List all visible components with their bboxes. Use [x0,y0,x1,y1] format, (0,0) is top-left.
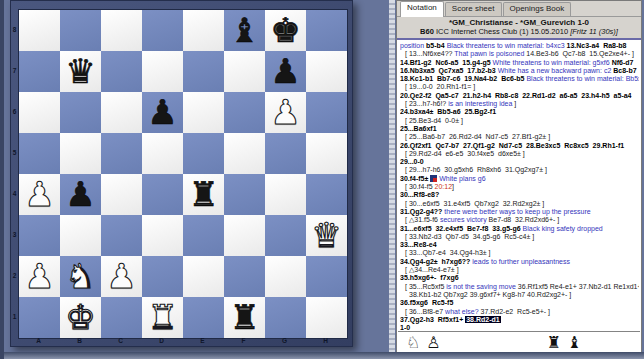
square-d8[interactable] [142,10,183,51]
square-h2[interactable] [306,256,347,297]
rank-label-7: 7 [12,67,17,74]
notation-panel: Notation Score sheet Openings Book *GM_C… [396,0,642,356]
move-text[interactable]: 20.Qe2-f2 Qa5-c7 21.h2-h4 Rb8-c8 22.Rd1-… [400,92,632,99]
piece-black-rook-e4[interactable]: ♜ [188,174,218,215]
square-e3[interactable] [183,215,224,256]
move-text[interactable]: Nf6-d7 [612,59,634,66]
annotation-comment: is an interesting idea [448,100,512,107]
annotation-comment: is not the saving move [446,283,518,290]
square-f8[interactable]: ♝ [224,10,265,51]
panel-tabs: Notation Score sheet Openings Book [397,1,641,17]
tab-openings-book[interactable]: Openings Book [503,2,572,16]
move-text[interactable]: 26.Qf2xf1 Qc7-b7 27.Qf1-g2 Nd7-c5 28.Be3… [400,142,624,149]
square-h6[interactable] [306,92,347,133]
square-f4[interactable] [224,174,265,215]
move-text[interactable]: [ 29...h7-h6 30.g5xh6 Rh8xh6 31.Qg2xg7± … [405,166,547,173]
square-b7[interactable]: ♛ [60,51,101,92]
piece-black-pawn-b4[interactable]: ♟ [65,174,95,215]
square-g5[interactable] [265,133,306,174]
game-header: *GM_Christianse - *GM_Gurevich 1-0 B60 I… [397,17,641,40]
notation-line: 37.Qg2-h3 Rf5xf1+ 38.Rd2-d1 [400,316,639,324]
square-g8[interactable]: ♚ [265,10,306,51]
notation-line: position b5-b4 Black threatens to win ma… [400,42,639,50]
move-text[interactable]: 38.Kb1-b2 Qb7xg2 39.g6xf7+ Kg8-h7 40.Rd2… [409,291,571,298]
square-d5[interactable] [142,133,183,174]
square-g4[interactable] [265,174,306,215]
annotation-comment: Black threatens to win material: Bb5xe2 [526,75,639,82]
square-g1[interactable] [265,297,306,338]
notation-line: [ △34...Re4-e7± ] [400,266,639,274]
fritz-window: ♝♚♛♟♟♟♟♟♜♛♟♞♟♚♜♜ 87654321 ABCDEFGH Notat… [0,0,644,359]
move-text[interactable]: [ 35...Rc5xf5 [405,283,446,290]
notation-line: 35.h5xg6+- f7xg6 [400,274,639,282]
move-text: 20:12 [435,183,453,190]
game-players: *GM_Christianse - *GM_Gurevich 1-0 [397,18,641,27]
move-text[interactable]: Bc8-b7 [613,67,636,74]
eco-code: B60 [420,27,434,36]
square-a1[interactable] [19,297,60,338]
rank-label-1: 1 [12,313,17,320]
move-text[interactable]: [ 25...Ba6-b7 26.Rd2-d4 Nd7-c5 27.Bf1-g2… [405,133,550,140]
square-h4[interactable] [306,174,347,215]
square-c6[interactable] [101,92,142,133]
tab-notation[interactable]: Notation [400,1,444,17]
move-text[interactable]: 31...e6xf5 32.e4xf5 Be7-f8 33.g5-g6 [400,225,523,232]
annotation-comment: leads to further unpleasantness [472,258,570,265]
square-a3[interactable] [19,215,60,256]
square-c5[interactable] [101,133,142,174]
move-text[interactable]: 30...Rf8-e8? [400,191,439,198]
piece-white-knight-b2[interactable]: ♞ [65,256,95,297]
square-c4[interactable] [101,174,142,215]
square-c8[interactable] [101,10,142,51]
square-d4[interactable] [142,174,183,215]
square-e8[interactable] [183,10,224,51]
move-text[interactable]: b5-b4 [426,42,447,49]
notation-line: 30.f4-f5± White plans g6 [400,175,639,183]
move-text[interactable]: 18.Kc1-b1 Bb7-c6 19.Na4-b2 Bc6-b5 [400,75,526,82]
plan-icon [430,175,437,182]
move-text[interactable]: 33...Re8-e4 [400,241,437,248]
square-d7[interactable] [142,51,183,92]
piece-black-bishop-f8[interactable]: ♝ [229,10,259,51]
notation-line: 24.b3xa4± Bb5-a6 25.Bg2-f1 [400,108,639,116]
notation-line: [ 30.f4-f5 20:12] [400,183,639,191]
square-d1[interactable]: ♜ [142,297,183,338]
notation-line: 20.Qe2-f2 Qa5-c7 21.h2-h4 Rb8-c8 22.Rd1-… [400,92,639,100]
square-f5[interactable] [224,133,265,174]
notation-line: 16.Nb3xa5 Qc7xa5 17.b2-b3 White has a ne… [400,67,639,75]
move-text[interactable]: [ 33...Qb7-e4 34.Qg4-h3± ] [405,249,491,256]
square-b8[interactable] [60,10,101,51]
annotation-comment: position [400,42,426,49]
notation-line: [ 13...Nf6xe4?? That pawn is poisoned 14… [400,50,639,58]
notation-line: [ 35...Rc5xf5 is not the saving move 36.… [400,283,639,291]
move-text[interactable]: 30.f4-f5± [400,175,430,182]
notation-line: 26.Qf2xf1 Qc7-b7 27.Qf1-g2 Nd7-c5 28.Be3… [400,142,639,150]
square-b1[interactable]: ♚ [60,297,101,338]
piece-white-pawn-g6[interactable]: ♟ [270,92,300,133]
material-black-extra: ♜♝ [547,333,588,353]
square-c3[interactable] [101,215,142,256]
black-rook-icon: ♜ [547,333,561,353]
notation-line: [ 23...h7-h6!? is an interesting idea ] [400,100,639,108]
notation-line: [ 29...h7-h6 30.g5xh6 Rh8xh6 31.Qg2xg7± … [400,166,639,174]
notation-line: [ 19...0-0 20.Rh1-f1= ] [400,83,639,91]
file-label-f: F [223,337,264,344]
current-move[interactable]: 38.Rd2-d1 [465,316,500,323]
notation-text[interactable]: position b5-b4 Black threatens to win ma… [397,40,641,333]
notation-line: [ 33...Qb7-e4 34.Qg4-h3± ] [400,249,639,257]
square-g7[interactable]: ♟ [265,51,306,92]
square-e7[interactable] [183,51,224,92]
square-f2[interactable] [224,256,265,297]
move-text[interactable]: [ △34...Re4-e7± ] [405,266,459,273]
square-c2[interactable]: ♟ [101,256,142,297]
square-f1[interactable]: ♜ [224,297,265,338]
piece-white-pawn-a2[interactable]: ♟ [24,256,54,297]
move-text[interactable]: 29...0-0 [400,158,424,165]
notation-line: 34.Qg4-g2± h7xg6?? leads to further unpl… [400,258,639,266]
square-e6[interactable] [183,92,224,133]
move-text[interactable]: [ 33.Nb2-d3 Qb7-d5 34.g5-g6 Rc5-c4± ] [405,233,534,240]
black-bishop-icon: ♝ [567,333,581,353]
move-text[interactable]: 36.Rf1xf5 Re4-e1+ 37.Nb2-d1 Re1xd1+ [518,283,639,290]
chess-board: ♝♚♛♟♟♟♟♟♜♛♟♞♟♚♜♜ 87654321 ABCDEFGH [10,0,353,347]
square-b5[interactable] [60,133,101,174]
notation-line: 31...e6xf5 32.e4xf5 Be7-f8 33.g5-g6 Blac… [400,225,639,233]
annotation-comment: That pawn is poisoned [454,50,526,57]
square-h3[interactable]: ♛ [306,215,347,256]
square-h1[interactable] [306,297,347,338]
square-f7[interactable] [224,51,265,92]
notation-line: 14.Bf1-g2 Nc6-a5 15.g4-g5 White threaten… [400,59,639,67]
move-text[interactable]: Be7-d8 32.Rd2xd6+- ] [489,216,560,223]
notation-line: [ △31.f5-f6 secures victory Be7-d8 32.Rd… [400,216,639,224]
move-text[interactable]: 36.f5xg6 Rc5-f5 [400,299,453,306]
move-text[interactable]: 37.Rd2-e2 Rc5-e5+- ] [481,308,550,315]
piece-white-queen-h3[interactable]: ♛ [311,215,341,256]
move-text[interactable]: 31.Qg2-g4?? [400,208,444,215]
white-pawn-icon: ♙ [426,333,440,353]
rank-label-3: 3 [12,231,17,238]
move-text[interactable]: 14.Be3-b6 Qc7-b8 15.Qe2xe4+- ] [526,50,634,57]
square-h8[interactable] [306,10,347,51]
move-text[interactable]: 16.Nb3xa5 Qc7xa5 17.b2-b3 [400,67,498,74]
annotator: [Fritz 11 (30s)] [570,27,618,36]
notation-line: 25...Ba6xf1 [400,125,639,133]
file-label-a: A [18,337,59,344]
move-text[interactable]: 13.Nc3-a4 Ra8-b8 [567,42,627,49]
square-e1[interactable] [183,297,224,338]
notation-line: 31.Qg2-g4?? there were better ways to ke… [400,208,639,216]
annotation-comment: secures victory [440,216,489,223]
square-d6[interactable]: ♟ [142,92,183,133]
move-text[interactable]: 14.Bf1-g2 Nc6-a5 15.g4-g5 [400,59,493,66]
move-text[interactable]: [ △31.f5-f6 [405,216,440,223]
move-text[interactable]: 24.b3xa4± Bb5-a6 25.Bg2-f1 [400,108,496,115]
square-c1[interactable] [101,297,142,338]
notation-line: [ 33.Nb2-d3 Qb7-d5 34.g5-g6 Rc5-c4± ] [400,233,639,241]
file-label-b: B [59,337,100,344]
annotation-comment: White threatens to win material: g5xf6 [493,59,612,66]
game-event: B60 ICC Internet Chess Club (1) 15.05.20… [397,27,641,36]
rank-label-8: 8 [12,26,17,33]
material-balance-bar: ♘♙ ♜♝ [398,331,640,354]
tab-score-sheet[interactable]: Score sheet [445,2,502,16]
square-f6[interactable] [224,92,265,133]
piece-white-pawn-c2[interactable]: ♟ [106,256,136,297]
annotation-comment: Black threatens to win material: b4xc3 [447,42,567,49]
notation-line: 30...Rf8-e8? [400,191,639,199]
square-h7[interactable] [306,51,347,92]
square-e2[interactable] [183,256,224,297]
notation-line: 38.Kb1-b2 Qb7xg2 39.g6xf7+ Kg8-h7 40.Rd2… [400,291,639,299]
move-text[interactable]: [ 30...e6xf5 31.e4xf5 Qb7xg2 32.Rd2xg2± … [405,200,544,207]
material-white-extra: ♘♙ [406,333,447,353]
square-d3[interactable] [142,215,183,256]
file-label-g: G [264,337,305,344]
rank-label-5: 5 [12,149,17,156]
notation-line: [ 25...Ba6-b7 26.Rd2-d4 Nd7-c5 27.Bf1-g2… [400,133,639,141]
square-d2[interactable] [142,256,183,297]
square-e4[interactable]: ♜ [183,174,224,215]
move-text[interactable]: [ 36...Bf8-e7 [405,308,445,315]
piece-black-pawn-d6[interactable]: ♟ [147,92,177,133]
square-f3[interactable] [224,215,265,256]
square-b4[interactable]: ♟ [60,174,101,215]
rank-label-2: 2 [12,272,17,279]
move-text[interactable]: 35.h5xg6+- f7xg6 [400,274,459,281]
move-text[interactable]: 34.Qg4-g2± h7xg6?? [400,258,472,265]
move-text[interactable]: 37.Qg2-h3 Rf5xf1+ [400,316,465,323]
square-a4[interactable]: ♟ [19,174,60,215]
notation-line: [ 30...e6xf5 31.e4xf5 Qb7xg2 32.Rd2xg2± … [400,200,639,208]
piece-black-king-g8[interactable]: ♚ [270,10,300,51]
square-c7[interactable] [101,51,142,92]
file-label-h: H [305,337,346,344]
file-label-d: D [141,337,182,344]
annotation-comment: there were better ways to keep up the pr… [444,208,590,215]
piece-black-pawn-g7[interactable]: ♟ [270,51,300,92]
white-knight-icon: ♘ [406,333,420,353]
file-label-e: E [182,337,223,344]
annotation-comment: Black king safety dropped [523,225,603,232]
square-b2[interactable]: ♞ [60,256,101,297]
square-h5[interactable] [306,133,347,174]
notation-line: 33...Re8-e4 [400,241,639,249]
move-text[interactable]: 25...Ba6xf1 [400,125,437,132]
annotation-comment: White plans g6 [437,175,485,182]
square-g6[interactable]: ♟ [265,92,306,133]
piece-white-pawn-a4[interactable]: ♟ [24,174,54,215]
square-g2[interactable] [265,256,306,297]
board-squares: ♝♚♛♟♟♟♟♟♜♛♟♞♟♚♜♜ [18,9,348,339]
move-text[interactable]: [ 25.Be3-d4 0-0± ] [405,117,463,124]
square-a2[interactable]: ♟ [19,256,60,297]
piece-white-rook-d1[interactable]: ♜ [147,297,177,338]
move-text[interactable]: [ 23...h7-h6!? [405,100,448,107]
rank-label-4: 4 [12,190,17,197]
move-text[interactable]: ] [512,100,516,107]
square-b6[interactable] [60,92,101,133]
move-text[interactable]: [ 29.Rd2-d4 e6-e5 30.f4xe5 d6xe5± ] [405,150,525,157]
notation-line: 29...0-0 [400,158,639,166]
panel-splitter[interactable] [389,0,395,359]
move-text[interactable]: ] [452,183,454,190]
square-g3[interactable] [265,215,306,256]
notation-line: [ 25.Be3-d4 0-0± ] [400,117,639,125]
annotation-comment: what else? [445,308,480,315]
piece-white-king-b1[interactable]: ♚ [65,297,95,338]
annotation-comment: White has a new backward pawn: c2 [498,67,614,74]
square-a5[interactable] [19,133,60,174]
file-label-c: C [100,337,141,344]
rank-label-6: 6 [12,108,17,115]
notation-line: 36.f5xg6 Rc5-f5 [400,299,639,307]
move-text[interactable]: [ 30.f4-f5 [405,183,435,190]
square-a7[interactable] [19,51,60,92]
move-text[interactable]: [ 13...Nf6xe4?? [405,50,454,57]
notation-line: 18.Kc1-b1 Bb7-c6 19.Na4-b2 Bc6-b5 Black … [400,75,639,83]
notation-line: [ 29.Rd2-d4 e6-e5 30.f4xe5 d6xe5± ] [400,150,639,158]
square-a8[interactable] [19,10,60,51]
square-b3[interactable] [60,215,101,256]
move-text[interactable]: [ 19...0-0 20.Rh1-f1= ] [405,83,475,90]
notation-line: [ 36...Bf8-e7 what else? 37.Rd2-e2 Rc5-e… [400,308,639,316]
square-e5[interactable] [183,133,224,174]
piece-black-queen-b7[interactable]: ♛ [65,51,95,92]
piece-black-rook-f1[interactable]: ♜ [229,297,259,338]
square-a6[interactable] [19,92,60,133]
